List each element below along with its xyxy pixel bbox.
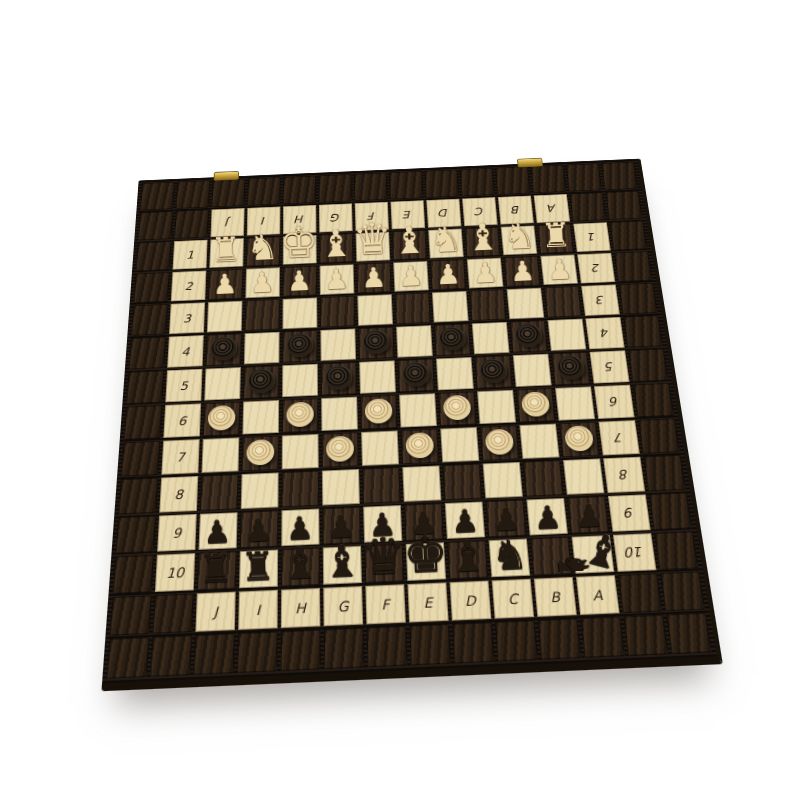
border-trim-square (530, 165, 566, 193)
square-B7[interactable] (519, 424, 559, 459)
white-pawn[interactable]: ♟ (398, 262, 424, 290)
border-trim-square (460, 168, 495, 196)
border-trim-square (354, 173, 388, 201)
border-trim-square (110, 595, 152, 635)
border-trim-square (495, 166, 531, 194)
square-J7[interactable] (201, 437, 239, 473)
bottom-file-label-C: C (492, 579, 534, 619)
border-trim-square (452, 622, 495, 663)
square-J8[interactable] (200, 474, 238, 511)
dark-checker[interactable] (363, 330, 390, 354)
square-H1[interactable]: ♚ (283, 235, 317, 265)
square-E3[interactable] (395, 293, 431, 325)
square-F10[interactable]: ♛ (364, 544, 404, 583)
game-board: JIHGFEDCBA1♜♞♚♝♛♝♞♝♞♜12♟♟♟♟♟♟♟♟♟♟2334455… (101, 159, 722, 692)
square-I10[interactable]: ♜ (239, 549, 278, 588)
border-trim-square (643, 455, 686, 491)
light-checker[interactable] (443, 395, 472, 421)
photo-scene: JIHGFEDCBA1♜♞♚♝♛♝♞♝♞♜12♟♟♟♟♟♟♟♟♟♟2334455… (0, 0, 800, 800)
border-trim-square (247, 177, 280, 205)
border-trim-square (283, 176, 316, 204)
right-rank-label-4: 4 (585, 317, 624, 349)
dark-checker[interactable] (210, 337, 237, 361)
square-B10[interactable]: ♞ (530, 537, 572, 576)
square-D10[interactable]: ♝ (447, 540, 488, 579)
square-H5[interactable] (282, 364, 318, 397)
square-F5[interactable] (359, 360, 396, 393)
right-rank-label-6: 6 (594, 385, 635, 419)
right-rank-label-7: 7 (599, 420, 640, 455)
bottom-file-label-J: J (195, 592, 235, 632)
light-checker[interactable] (564, 425, 595, 451)
square-F8[interactable] (362, 467, 401, 504)
square-G1[interactable]: ♝ (319, 233, 353, 263)
border-trim-square (150, 635, 192, 677)
hinge-icon (517, 158, 543, 168)
square-H2[interactable]: ♟ (283, 266, 317, 297)
white-queen[interactable]: ♛ (352, 217, 393, 261)
square-A3[interactable] (544, 286, 582, 317)
square-J2[interactable]: ♟ (208, 269, 243, 300)
square-H6[interactable] (282, 398, 318, 432)
light-checker[interactable] (521, 391, 551, 417)
black-rook[interactable]: ♜ (240, 547, 276, 588)
border-trim-square (136, 241, 172, 271)
white-knight[interactable]: ♞ (429, 221, 463, 258)
dark-checker[interactable] (556, 355, 586, 380)
white-bishop[interactable]: ♝ (392, 221, 427, 260)
border-trim-square (614, 251, 653, 282)
left-rank-label-2: 2 (171, 271, 207, 302)
right-rank-label-5: 5 (590, 350, 630, 383)
square-F6[interactable] (360, 395, 397, 429)
border-trim-square (212, 179, 246, 207)
board-perspective-wrapper: JIHGFEDCBA1♜♞♚♝♛♝♞♝♞♜12♟♟♟♟♟♟♟♟♟♟2334455… (102, 159, 717, 684)
square-I9[interactable]: ♟ (240, 510, 278, 548)
bottom-file-label-F: F (365, 584, 406, 624)
square-D6[interactable] (438, 392, 476, 426)
square-B6[interactable] (516, 388, 556, 422)
border-trim-square (581, 617, 625, 658)
board-rotation-wrapper: JIHGFEDCBA1♜♞♚♝♛♝♞♝♞♜12♟♟♟♟♟♟♟♟♟♟2334455… (110, 106, 685, 681)
black-bishop[interactable]: ♝ (322, 539, 362, 584)
left-rank-label-6: 6 (163, 403, 201, 438)
square-F3[interactable] (357, 294, 393, 326)
border-trim-square (194, 633, 235, 674)
square-H10[interactable]: ♝ (281, 548, 320, 587)
bottom-file-label-G: G (323, 586, 363, 626)
left-rank-label-3: 3 (169, 302, 205, 334)
square-J6[interactable] (203, 402, 240, 437)
dark-checker[interactable] (287, 333, 314, 357)
bottom-file-label-I: I (238, 590, 278, 630)
white-pawn[interactable]: ♟ (324, 266, 350, 294)
light-checker[interactable] (287, 402, 314, 428)
square-A8[interactable] (563, 458, 604, 494)
square-A6[interactable] (555, 386, 595, 420)
square-A4[interactable] (547, 319, 586, 351)
right-rank-label-1: 1 (573, 222, 611, 252)
square-E2[interactable]: ♟ (393, 261, 429, 292)
white-pawn[interactable]: ♟ (435, 261, 461, 289)
square-I3[interactable] (245, 299, 280, 331)
dark-checker[interactable] (479, 359, 508, 384)
border-trim-square (281, 630, 321, 671)
white-king[interactable]: ♚ (279, 220, 319, 264)
square-G6[interactable] (321, 397, 358, 431)
square-C5[interactable] (474, 355, 512, 388)
border-trim-square (107, 637, 149, 679)
right-rank-label-3: 3 (581, 284, 620, 315)
square-C7[interactable] (480, 425, 520, 460)
dark-checker[interactable] (514, 323, 543, 347)
border-trim-square (121, 441, 160, 477)
left-rank-label-4: 4 (167, 335, 204, 368)
square-J10[interactable]: ♜ (197, 551, 237, 590)
left-rank-label-9: 9 (157, 514, 197, 552)
light-checker[interactable] (405, 432, 434, 459)
border-trim-square (134, 272, 170, 303)
square-H7[interactable] (282, 434, 319, 469)
border-trim-square (495, 620, 538, 661)
square-C4[interactable] (472, 322, 510, 354)
border-trim-square (619, 283, 658, 314)
border-trim-square (654, 531, 698, 570)
square-C1[interactable]: ♝ (464, 227, 500, 257)
square-G7[interactable] (321, 432, 358, 467)
white-pawn[interactable]: ♟ (361, 264, 387, 292)
square-E5[interactable] (398, 359, 435, 392)
square-E7[interactable] (401, 429, 440, 464)
border-trim-square (605, 191, 642, 220)
square-H4[interactable] (282, 330, 317, 363)
square-D4[interactable] (434, 324, 471, 356)
black-pawn[interactable]: ♟ (244, 515, 273, 547)
white-knight[interactable]: ♞ (246, 229, 279, 266)
square-G8[interactable] (322, 469, 360, 506)
square-D8[interactable] (442, 464, 482, 500)
dark-checker[interactable] (248, 369, 275, 394)
white-pawn[interactable]: ♟ (286, 267, 312, 296)
left-rank-label-7: 7 (161, 439, 199, 475)
left-rank-label-5: 5 (165, 369, 202, 403)
square-I6[interactable] (242, 400, 279, 434)
square-B3[interactable] (507, 288, 545, 319)
bottom-file-label-B: B (534, 577, 577, 617)
border-trim-square (628, 349, 669, 382)
square-E1[interactable]: ♝ (392, 230, 427, 260)
border-trim-square (610, 221, 648, 251)
bottom-file-label-D: D (450, 581, 492, 621)
black-pawn[interactable]: ♟ (203, 517, 232, 549)
border-trim-square (153, 593, 194, 633)
border-trim-square (237, 631, 277, 672)
left-rank-label-8: 8 (159, 476, 198, 513)
square-I4[interactable] (244, 332, 280, 365)
square-F4[interactable] (358, 327, 394, 359)
black-queen[interactable]: ♛ (360, 530, 406, 582)
dark-checker[interactable] (325, 365, 352, 390)
border-trim-square (660, 571, 705, 611)
right-rank-label-2: 2 (577, 253, 615, 284)
hinge-icon (213, 171, 239, 181)
border-trim-square (649, 493, 692, 530)
square-G4[interactable] (320, 328, 356, 361)
square-I2[interactable]: ♟ (245, 267, 280, 298)
border-trim-square (623, 615, 668, 656)
square-E8[interactable] (402, 465, 441, 501)
square-I1[interactable]: ♞ (246, 236, 280, 266)
border-trim-square (633, 383, 674, 417)
border-trim-square (666, 613, 712, 654)
border-trim-square (119, 478, 159, 515)
border-trim-square (409, 624, 451, 665)
light-checker[interactable] (246, 439, 274, 466)
square-D7[interactable] (440, 427, 479, 462)
square-A1[interactable]: ♜ (537, 224, 574, 254)
square-H8[interactable] (282, 471, 320, 508)
border-trim-square (425, 170, 460, 198)
left-rank-label-10: 10 (155, 553, 195, 592)
white-rook[interactable]: ♜ (210, 233, 241, 268)
square-I7[interactable] (242, 436, 279, 472)
square-J4[interactable] (206, 333, 242, 366)
border-trim-square (174, 210, 209, 239)
square-J9[interactable]: ♟ (199, 512, 238, 550)
square-C3[interactable] (469, 289, 506, 321)
square-B1[interactable]: ♞ (501, 225, 538, 255)
border-trim-square (566, 163, 602, 191)
border-trim-square (389, 171, 423, 199)
white-pawn[interactable]: ♟ (212, 270, 238, 299)
black-rook[interactable]: ♜ (198, 549, 234, 590)
square-F1[interactable]: ♛ (356, 232, 391, 262)
light-checker[interactable] (485, 429, 515, 456)
border-trim-square (176, 180, 210, 208)
square-G5[interactable] (321, 362, 357, 395)
square-A5[interactable] (551, 352, 590, 385)
dark-checker[interactable] (402, 362, 430, 387)
square-C2[interactable]: ♟ (467, 258, 504, 289)
square-J3[interactable] (207, 301, 243, 333)
white-pawn[interactable]: ♟ (472, 259, 498, 287)
square-E10[interactable]: ♚ (406, 542, 446, 581)
border-trim-square (116, 516, 156, 554)
square-J1[interactable]: ♜ (209, 238, 244, 268)
light-checker[interactable] (208, 405, 236, 431)
border-trim-square (623, 315, 663, 347)
border-trim-square (569, 192, 606, 221)
bottom-file-label-H: H (281, 588, 320, 628)
black-pawn[interactable]: ♟ (533, 502, 562, 534)
border-trim-square (124, 405, 162, 440)
black-king[interactable]: ♚ (402, 528, 449, 580)
border-trim-square (366, 626, 407, 667)
square-A7[interactable] (559, 422, 600, 457)
white-pawn[interactable]: ♟ (249, 269, 275, 298)
border-trim-square (129, 337, 166, 370)
white-rook[interactable]: ♜ (540, 218, 572, 253)
square-C8[interactable] (483, 462, 523, 498)
light-checker[interactable] (365, 398, 393, 424)
square-F7[interactable] (361, 431, 399, 466)
square-B2[interactable]: ♟ (504, 256, 541, 287)
square-B4[interactable] (510, 320, 548, 352)
bottom-file-label-E: E (407, 582, 448, 622)
border-trim-square (138, 211, 173, 240)
white-knight[interactable]: ♞ (502, 218, 536, 255)
square-I8[interactable] (241, 472, 279, 509)
square-I5[interactable] (243, 365, 279, 398)
white-pawn[interactable]: ♟ (547, 256, 573, 284)
square-H3[interactable] (282, 297, 317, 329)
square-C6[interactable] (477, 390, 516, 424)
square-G10[interactable]: ♝ (323, 546, 362, 585)
white-bishop[interactable]: ♝ (465, 218, 501, 257)
border-trim-square (638, 418, 680, 453)
square-C10[interactable]: ♞ (489, 539, 531, 578)
square-D1[interactable]: ♞ (428, 229, 464, 259)
light-checker[interactable] (326, 436, 354, 463)
border-trim-square (140, 182, 175, 210)
square-B5[interactable] (513, 354, 552, 387)
square-J5[interactable] (204, 367, 241, 401)
square-E4[interactable] (396, 325, 433, 357)
white-bishop[interactable]: ♝ (318, 224, 353, 263)
square-G2[interactable]: ♟ (320, 264, 355, 295)
black-bishop[interactable]: ♝ (280, 540, 320, 585)
square-D2[interactable]: ♟ (430, 259, 466, 290)
border-trim-square (319, 174, 352, 202)
right-rank-label-8: 8 (603, 457, 645, 493)
square-D3[interactable] (432, 291, 469, 323)
border-trim-square (601, 162, 638, 190)
square-B8[interactable] (523, 460, 564, 496)
border-trim-square (113, 555, 154, 594)
square-F2[interactable]: ♟ (356, 263, 391, 294)
border-trim-square (126, 370, 164, 404)
border-trim-square (618, 573, 662, 613)
square-D5[interactable] (436, 357, 474, 390)
square-B9[interactable]: ♟ (526, 498, 568, 536)
left-rank-label-1: 1 (173, 240, 208, 270)
black-bishop[interactable]: ♝ (447, 533, 488, 578)
border-trim-square (324, 628, 365, 669)
border-trim-square (131, 304, 168, 336)
right-rank-label-9: 9 (608, 494, 651, 531)
bottom-file-label-A: A (576, 575, 620, 615)
square-E6[interactable] (399, 393, 437, 427)
border-trim-square (538, 618, 582, 659)
black-knight[interactable]: ♞ (490, 534, 529, 577)
square-G3[interactable] (320, 296, 355, 328)
square-A2[interactable]: ♟ (540, 255, 578, 286)
white-pawn[interactable]: ♟ (510, 257, 536, 285)
dark-checker[interactable] (438, 327, 466, 351)
